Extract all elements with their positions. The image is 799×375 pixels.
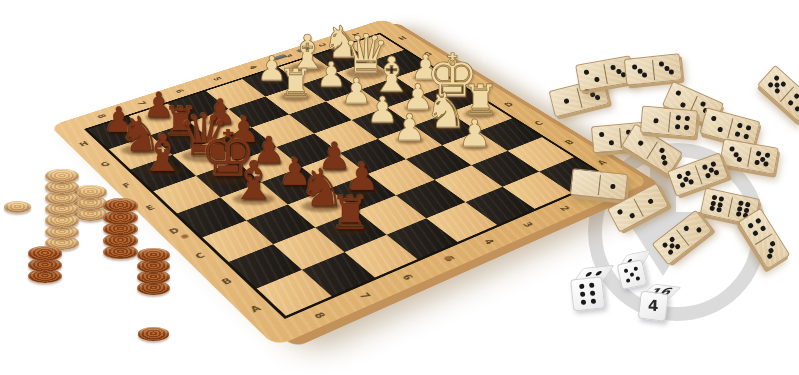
domino-divider xyxy=(598,174,601,194)
die-front-face xyxy=(570,276,605,311)
domino-pip xyxy=(683,224,690,231)
chess-piece-light-rook: ♜ xyxy=(278,64,314,104)
domino-pip xyxy=(764,152,770,158)
die-pip xyxy=(579,291,585,297)
domino-pip xyxy=(684,124,689,129)
die-pip xyxy=(630,272,635,277)
domino-pip xyxy=(793,93,799,100)
domino-pip xyxy=(608,139,613,144)
domino-divider xyxy=(727,117,733,137)
domino-pip xyxy=(660,153,667,160)
domino-tile-0-1 xyxy=(570,168,629,201)
domino-pip xyxy=(763,160,769,166)
domino-divider xyxy=(728,196,733,216)
domino-pip xyxy=(610,64,616,70)
domino-pip xyxy=(684,116,689,121)
domino-tile-5-4 xyxy=(757,64,799,122)
domino-pip xyxy=(768,81,775,88)
domino-pip xyxy=(675,90,682,97)
domino-pip xyxy=(563,97,569,103)
domino-pip xyxy=(794,104,799,111)
domino-pip xyxy=(594,76,600,82)
domino-pip xyxy=(599,132,604,137)
domino-pip xyxy=(637,138,644,145)
domino-pip xyxy=(610,183,615,188)
domino-pip xyxy=(653,117,658,122)
domino-pip xyxy=(667,248,674,255)
die-pip xyxy=(626,278,631,283)
domino-pip xyxy=(774,86,781,93)
domino-pip xyxy=(658,61,663,66)
domino-pip xyxy=(733,151,739,157)
doubling-cube-front-value: 4 xyxy=(648,297,659,316)
checkers-disc-dark xyxy=(138,327,169,340)
domino-pip xyxy=(713,169,719,175)
die-pip xyxy=(624,269,629,274)
domino-pip xyxy=(584,69,590,75)
domino-tile-4-3 xyxy=(738,207,791,269)
game-items-layer: ♟♟♞♜♟♝♛♟♚♟♝♟♟♞♟♜♟♝♞♜♟♛♟♝♟♟♟♚♟♞♜♟ 164 xyxy=(0,0,799,375)
die-front-face: 4 xyxy=(638,291,669,322)
domino-pip xyxy=(709,205,715,211)
checkers-disc-dark xyxy=(28,246,62,260)
doubling-cube: 164 xyxy=(638,280,669,322)
domino-pip xyxy=(743,133,749,139)
domino-divider xyxy=(647,141,658,158)
checkers-disc-dark xyxy=(137,248,170,262)
chess-piece-dark-bishop: ♝ xyxy=(230,154,278,208)
domino-pip xyxy=(669,236,676,243)
domino-pip xyxy=(735,210,741,216)
checkers-disc-light xyxy=(4,201,31,212)
chess-piece-dark-rook: ♜ xyxy=(330,191,371,237)
domino-pip xyxy=(647,197,654,204)
domino-pip xyxy=(617,208,624,215)
die-pip xyxy=(590,290,596,296)
die-pip xyxy=(633,267,638,272)
domino-pip xyxy=(737,122,743,128)
domino-tile-5-2 xyxy=(652,209,713,265)
die-pip xyxy=(589,282,595,288)
chess-piece-dark-bishop: ♝ xyxy=(140,128,186,180)
domino-pip xyxy=(664,65,669,70)
domino-divider xyxy=(633,198,643,216)
domino-pip xyxy=(759,224,766,231)
domino-pip xyxy=(717,126,723,132)
domino-pip xyxy=(669,69,674,74)
domino-pip xyxy=(675,123,680,128)
die-pip xyxy=(591,298,597,304)
die-pip xyxy=(580,299,586,305)
chess-piece-light-pawn: ♟ xyxy=(393,110,426,147)
domino-pip xyxy=(745,124,751,130)
domino-pip xyxy=(716,206,722,212)
domino-pip xyxy=(766,253,773,260)
domino-pip xyxy=(615,68,621,74)
domino-divider xyxy=(780,86,794,102)
domino-pip xyxy=(695,226,702,233)
domino-pip xyxy=(662,159,669,166)
domino-pip xyxy=(752,229,759,236)
domino-pip xyxy=(748,222,755,229)
domino-pip xyxy=(779,80,786,87)
domino-pip xyxy=(676,115,681,120)
domino-pip xyxy=(769,239,776,246)
product-photo-scene: HGFEDCBAHGFEDCBA8765432187654321 ♟♟♞♜♟♝♛… xyxy=(0,0,799,375)
checkers-disc-dark xyxy=(103,198,138,213)
domino-pip xyxy=(755,217,762,224)
domino-pip xyxy=(729,145,735,151)
domino-tile-3-5 xyxy=(719,138,779,174)
die-pip xyxy=(579,283,585,289)
domino-pip xyxy=(687,178,693,184)
domino-divider xyxy=(652,59,655,79)
checkers-disc-light xyxy=(45,169,79,183)
domino-tile-1-4 xyxy=(640,105,698,137)
domino-pip xyxy=(658,146,665,153)
domino-pip xyxy=(637,68,642,73)
domino-pip xyxy=(674,243,681,250)
domino-pip xyxy=(735,130,741,136)
domino-pip xyxy=(589,91,595,97)
die xyxy=(569,263,604,311)
domino-pip xyxy=(700,100,707,107)
domino-pip xyxy=(628,212,635,219)
domino-pip xyxy=(755,159,761,165)
domino-pip xyxy=(632,63,637,68)
domino-divider xyxy=(695,164,703,183)
domino-pip xyxy=(768,246,775,253)
domino-pip xyxy=(642,72,647,77)
die-pip xyxy=(584,271,592,276)
die-pip xyxy=(635,276,640,281)
domino-pip xyxy=(679,101,686,108)
domino-pip xyxy=(788,99,795,106)
die-pip xyxy=(595,270,603,275)
chess-piece-light-pawn: ♟ xyxy=(458,116,491,153)
domino-pip xyxy=(737,156,743,162)
domino-pip xyxy=(711,115,717,121)
domino-divider xyxy=(603,63,607,83)
domino-divider xyxy=(747,146,751,166)
domino-pip xyxy=(595,94,601,100)
domino-divider xyxy=(668,111,671,131)
